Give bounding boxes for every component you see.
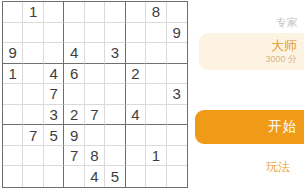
sudoku-cell xyxy=(64,84,84,105)
sudoku-cell xyxy=(126,146,146,167)
sudoku-cell xyxy=(44,166,64,187)
sudoku-cell xyxy=(146,166,166,187)
sudoku-cell xyxy=(3,125,23,146)
sudoku-cell: 4 xyxy=(126,105,146,126)
sudoku-cell xyxy=(23,23,43,44)
sudoku-cell: 5 xyxy=(105,166,125,187)
sudoku-cell xyxy=(167,2,187,23)
sudoku-cell xyxy=(3,105,23,126)
sudoku-cell xyxy=(85,84,105,105)
difficulty-expert-label[interactable]: 专家 xyxy=(276,16,298,30)
sudoku-cell xyxy=(167,166,187,187)
sudoku-cell xyxy=(23,105,43,126)
sudoku-cell xyxy=(64,23,84,44)
sudoku-cell: 4 xyxy=(64,43,84,64)
sudoku-cell xyxy=(23,84,43,105)
start-button[interactable]: 开始 xyxy=(195,110,304,144)
sudoku-cell: 9 xyxy=(167,23,187,44)
sudoku-cell: 2 xyxy=(126,64,146,85)
sudoku-cell: 7 xyxy=(64,146,84,167)
sudoku-cell xyxy=(3,166,23,187)
sudoku-cell xyxy=(85,125,105,146)
sudoku-cell: 5 xyxy=(44,125,64,146)
sudoku-cell: 3 xyxy=(105,43,125,64)
sudoku-cell xyxy=(64,2,84,23)
sudoku-cell xyxy=(126,125,146,146)
sudoku-cell xyxy=(105,125,125,146)
sudoku-cell xyxy=(146,105,166,126)
sudoku-cell xyxy=(167,64,187,85)
sudoku-cell xyxy=(146,84,166,105)
sudoku-cell xyxy=(85,23,105,44)
sudoku-cell xyxy=(44,2,64,23)
sudoku-cell xyxy=(3,84,23,105)
sudoku-cell: 1 xyxy=(23,2,43,23)
sudoku-cell xyxy=(3,146,23,167)
difficulty-master-label: 大师 xyxy=(271,39,297,54)
sudoku-cell: 1 xyxy=(3,64,23,85)
sudoku-cell xyxy=(44,23,64,44)
start-button-label: 开始 xyxy=(268,118,297,136)
sudoku-cell xyxy=(126,166,146,187)
sudoku-cell xyxy=(85,2,105,23)
sudoku-cell: 9 xyxy=(64,125,84,146)
sudoku-cell: 4 xyxy=(85,166,105,187)
sudoku-cell xyxy=(23,64,43,85)
sudoku-cell xyxy=(3,2,23,23)
difficulty-points-label: 3000 分 xyxy=(265,54,297,65)
sudoku-cell: 7 xyxy=(44,84,64,105)
sudoku-cell xyxy=(85,64,105,85)
sudoku-cell xyxy=(167,146,187,167)
sudoku-cell xyxy=(64,166,84,187)
sudoku-cell xyxy=(105,23,125,44)
sudoku-cell xyxy=(23,146,43,167)
sudoku-cell: 4 xyxy=(44,64,64,85)
sudoku-cell xyxy=(126,84,146,105)
sudoku-cell: 8 xyxy=(146,2,166,23)
sudoku-cell: 7 xyxy=(85,105,105,126)
sudoku-cell xyxy=(167,43,187,64)
sudoku-cell xyxy=(105,105,125,126)
sudoku-board: 189943146273327475978145 xyxy=(2,1,188,188)
sudoku-cell xyxy=(23,166,43,187)
sudoku-cell: 6 xyxy=(64,64,84,85)
sudoku-cell: 9 xyxy=(3,43,23,64)
sudoku-cell xyxy=(146,23,166,44)
sudoku-cell xyxy=(146,43,166,64)
sudoku-cell xyxy=(167,105,187,126)
sudoku-cell xyxy=(105,84,125,105)
sudoku-cell: 2 xyxy=(64,105,84,126)
sudoku-cell: 8 xyxy=(85,146,105,167)
sudoku-cell xyxy=(146,125,166,146)
sudoku-cell: 3 xyxy=(44,105,64,126)
sudoku-cell xyxy=(44,43,64,64)
sudoku-cell xyxy=(146,64,166,85)
sudoku-cell xyxy=(105,64,125,85)
sudoku-cell xyxy=(126,23,146,44)
sudoku-cell: 7 xyxy=(23,125,43,146)
difficulty-card-master[interactable]: 大师 3000 分 xyxy=(199,33,304,70)
howto-link[interactable]: 玩法 xyxy=(266,159,290,176)
sudoku-cell xyxy=(3,23,23,44)
sudoku-cell xyxy=(126,43,146,64)
sudoku-cell xyxy=(167,125,187,146)
sudoku-cell xyxy=(126,2,146,23)
sudoku-cell xyxy=(105,2,125,23)
sudoku-cell xyxy=(105,146,125,167)
sudoku-cell: 1 xyxy=(146,146,166,167)
sudoku-cell xyxy=(23,43,43,64)
sudoku-cell xyxy=(85,43,105,64)
sudoku-cell xyxy=(44,146,64,167)
sudoku-cell: 3 xyxy=(167,84,187,105)
